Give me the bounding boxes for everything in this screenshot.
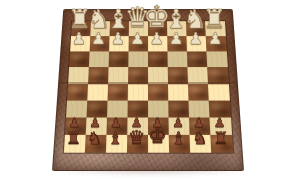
square-a5[interactable]	[67, 84, 88, 101]
piece-white-pawn-e2[interactable]: ♟	[150, 31, 164, 47]
piece-black-bishop-c8[interactable]: ♝	[108, 130, 123, 147]
piece-white-pawn-h2[interactable]: ♟	[208, 31, 222, 47]
square-d3[interactable]	[128, 52, 148, 68]
board-hinge-seam	[59, 82, 237, 84]
square-h5[interactable]	[208, 84, 229, 101]
square-a4[interactable]	[68, 67, 89, 83]
piece-white-pawn-g2[interactable]: ♟	[189, 31, 203, 47]
square-d4[interactable]	[128, 67, 148, 83]
piece-black-queen-d8[interactable]: ♛	[128, 128, 145, 147]
square-a3[interactable]	[69, 52, 90, 68]
square-h4[interactable]	[208, 67, 229, 83]
square-g4[interactable]	[188, 67, 209, 83]
piece-black-rook-h8[interactable]: ♜	[213, 130, 228, 147]
piece-white-rook-h1[interactable]: ♜	[203, 6, 226, 32]
square-f4[interactable]	[168, 67, 188, 83]
piece-black-knight-b8[interactable]: ♞	[87, 130, 102, 147]
square-c4[interactable]	[108, 67, 128, 83]
square-d5[interactable]	[128, 84, 148, 101]
piece-black-knight-g8[interactable]: ♞	[192, 130, 207, 147]
square-c3[interactable]	[108, 52, 128, 68]
piece-white-pawn-a2[interactable]: ♟	[72, 31, 86, 47]
piece-white-pawn-c2[interactable]: ♟	[111, 31, 125, 47]
piece-black-bishop-f8[interactable]: ♝	[171, 130, 186, 147]
square-b5[interactable]	[87, 84, 108, 101]
square-g3[interactable]	[187, 52, 207, 68]
piece-black-rook-a8[interactable]: ♜	[66, 130, 81, 147]
photo-background: ♜♞♝♛♚♝♞♜♟♟♟♟♟♟♟♟♟♟♟♟♟♟♟♟♜♞♝♛♚♝♞♜	[0, 0, 300, 180]
square-c5[interactable]	[107, 84, 128, 101]
square-e5[interactable]	[148, 84, 168, 101]
square-f5[interactable]	[168, 84, 189, 101]
square-b3[interactable]	[88, 52, 108, 68]
square-h3[interactable]	[207, 52, 228, 68]
piece-white-pawn-f2[interactable]: ♟	[169, 31, 183, 47]
square-b4[interactable]	[88, 67, 109, 83]
square-e4[interactable]	[148, 67, 168, 83]
piece-black-king-e8[interactable]: ♚	[148, 126, 167, 147]
square-f3[interactable]	[168, 52, 188, 68]
square-g5[interactable]	[188, 84, 209, 101]
square-e3[interactable]	[148, 52, 168, 68]
piece-white-pawn-d2[interactable]: ♟	[130, 31, 144, 47]
piece-white-pawn-b2[interactable]: ♟	[91, 31, 105, 47]
